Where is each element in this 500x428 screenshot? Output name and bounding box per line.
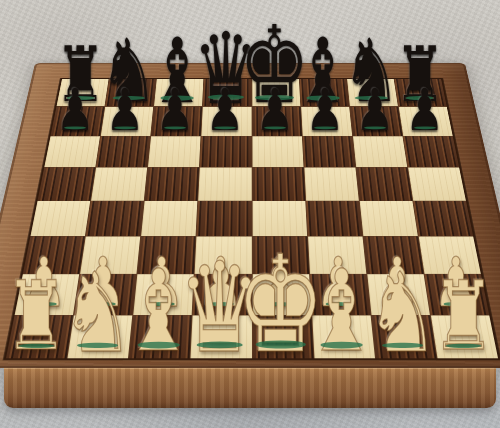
pieces-layer: ♜♞♝♛♚♝♞♜♟♟♟♟♟♟♟♟♟♟♟♟♟♟♟♟♜♞♝♛♚♝♞♜ xyxy=(0,0,500,428)
pawn-icon: ♟ xyxy=(306,82,344,140)
felt-base xyxy=(19,343,54,348)
pawn-icon: ♟ xyxy=(206,82,244,140)
pawn-icon: ♟ xyxy=(256,82,294,140)
felt-base xyxy=(321,342,363,348)
piece-white-knight-g1[interactable]: ♞ xyxy=(366,258,439,349)
piece-white-rook-a1[interactable]: ♜ xyxy=(5,269,69,348)
pawn-icon: ♟ xyxy=(356,82,394,140)
piece-black-pawn-b7[interactable]: ♟ xyxy=(106,82,144,130)
chess-photo-scene: ♜♞♝♛♚♝♞♜♟♟♟♟♟♟♟♟♟♟♟♟♟♟♟♟♜♞♝♛♚♝♞♜ xyxy=(0,0,500,428)
piece-white-rook-h1[interactable]: ♜ xyxy=(432,269,496,348)
rook-icon: ♜ xyxy=(5,269,69,365)
piece-black-pawn-a7[interactable]: ♟ xyxy=(56,82,94,130)
pawn-icon: ♟ xyxy=(56,82,94,140)
piece-black-pawn-e7[interactable]: ♟ xyxy=(256,82,294,130)
pawn-icon: ♟ xyxy=(406,82,444,140)
felt-base xyxy=(446,343,481,348)
piece-black-pawn-g7[interactable]: ♟ xyxy=(356,82,394,130)
piece-black-pawn-c7[interactable]: ♟ xyxy=(156,82,194,130)
felt-base xyxy=(138,342,180,348)
pawn-icon: ♟ xyxy=(106,82,144,140)
pawn-icon: ♟ xyxy=(156,82,194,140)
knight-icon: ♞ xyxy=(366,258,439,368)
piece-black-pawn-d7[interactable]: ♟ xyxy=(206,82,244,130)
rook-icon: ♜ xyxy=(432,269,496,365)
piece-black-pawn-h7[interactable]: ♟ xyxy=(406,82,444,130)
piece-black-pawn-f7[interactable]: ♟ xyxy=(306,82,344,130)
